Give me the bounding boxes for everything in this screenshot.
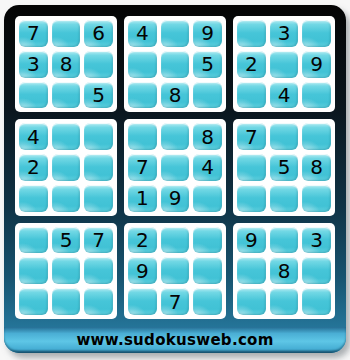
sudoku-cell[interactable] <box>270 288 299 315</box>
sudoku-cell[interactable] <box>237 185 266 212</box>
sudoku-cell: 7 <box>161 288 190 315</box>
sudoku-cell[interactable] <box>19 288 48 315</box>
sudoku-cell: 1 <box>128 185 157 212</box>
sudoku-cell[interactable] <box>161 51 190 78</box>
sudoku-box-middle-left: 42 <box>15 119 117 215</box>
sudoku-cell[interactable] <box>52 82 81 109</box>
sudoku-box-bottom-right: 938 <box>233 223 335 319</box>
sudoku-cell[interactable] <box>193 82 222 109</box>
sudoku-box-bottom-left: 57 <box>15 223 117 319</box>
sudoku-cell[interactable] <box>52 20 81 47</box>
sudoku-cell[interactable] <box>302 185 331 212</box>
sudoku-cell: 7 <box>84 227 113 254</box>
sudoku-cell[interactable] <box>84 154 113 181</box>
sudoku-cell[interactable] <box>193 288 222 315</box>
sudoku-cell: 3 <box>270 20 299 47</box>
sudoku-cell[interactable] <box>84 185 113 212</box>
sudoku-cell[interactable] <box>52 288 81 315</box>
sudoku-cell[interactable] <box>84 123 113 150</box>
sudoku-cell: 2 <box>128 227 157 254</box>
site-link[interactable]: www.sudokusweb.com <box>76 331 273 349</box>
sudoku-cell: 8 <box>161 82 190 109</box>
sudoku-cell[interactable] <box>52 154 81 181</box>
sudoku-cell: 5 <box>84 82 113 109</box>
sudoku-cell: 5 <box>270 154 299 181</box>
sudoku-cell[interactable] <box>302 20 331 47</box>
sudoku-cell: 6 <box>84 20 113 47</box>
sudoku-box-middle-right: 758 <box>233 119 335 215</box>
sudoku-cell: 8 <box>193 123 222 150</box>
sudoku-cell: 9 <box>128 257 157 284</box>
sudoku-cell: 5 <box>193 51 222 78</box>
sudoku-cell: 4 <box>270 82 299 109</box>
sudoku-cell[interactable] <box>161 227 190 254</box>
sudoku-cell[interactable] <box>128 51 157 78</box>
sudoku-cell: 4 <box>128 20 157 47</box>
sudoku-grid: 76385 4958 3294 42 87419 758 57 297 938 <box>4 5 346 327</box>
sudoku-cell[interactable] <box>128 82 157 109</box>
sudoku-cell[interactable] <box>193 227 222 254</box>
sudoku-box-bottom-middle: 297 <box>124 223 226 319</box>
sudoku-cell: 8 <box>302 154 331 181</box>
sudoku-cell[interactable] <box>19 257 48 284</box>
sudoku-cell[interactable] <box>84 257 113 284</box>
sudoku-cell: 9 <box>302 51 331 78</box>
sudoku-cell: 4 <box>193 154 222 181</box>
sudoku-cell[interactable] <box>237 154 266 181</box>
sudoku-cell[interactable] <box>128 123 157 150</box>
sudoku-cell[interactable] <box>19 185 48 212</box>
sudoku-cell: 9 <box>161 185 190 212</box>
sudoku-cell[interactable] <box>302 123 331 150</box>
sudoku-cell[interactable] <box>302 288 331 315</box>
sudoku-cell[interactable] <box>52 257 81 284</box>
sudoku-cell[interactable] <box>270 227 299 254</box>
sudoku-cell[interactable] <box>161 123 190 150</box>
sudoku-cell[interactable] <box>161 154 190 181</box>
sudoku-cell[interactable] <box>270 123 299 150</box>
sudoku-cell[interactable] <box>270 51 299 78</box>
sudoku-cell[interactable] <box>193 257 222 284</box>
sudoku-cell: 3 <box>302 227 331 254</box>
sudoku-cell[interactable] <box>237 82 266 109</box>
sudoku-cell[interactable] <box>52 123 81 150</box>
sudoku-cell[interactable] <box>270 185 299 212</box>
sudoku-board: 76385 4958 3294 42 87419 758 57 297 938 … <box>4 5 346 353</box>
sudoku-box-top-right: 3294 <box>233 16 335 112</box>
sudoku-cell: 9 <box>237 227 266 254</box>
sudoku-box-top-middle: 4958 <box>124 16 226 112</box>
sudoku-box-top-left: 76385 <box>15 16 117 112</box>
sudoku-cell: 7 <box>19 20 48 47</box>
sudoku-cell: 9 <box>193 20 222 47</box>
sudoku-cell[interactable] <box>84 51 113 78</box>
sudoku-cell[interactable] <box>19 82 48 109</box>
sudoku-cell[interactable] <box>128 288 157 315</box>
sudoku-cell[interactable] <box>161 20 190 47</box>
sudoku-cell: 8 <box>270 257 299 284</box>
sudoku-cell: 3 <box>19 51 48 78</box>
sudoku-cell[interactable] <box>52 185 81 212</box>
sudoku-cell: 8 <box>52 51 81 78</box>
sudoku-cell: 7 <box>128 154 157 181</box>
sudoku-cell[interactable] <box>84 288 113 315</box>
sudoku-cell: 2 <box>237 51 266 78</box>
sudoku-cell[interactable] <box>237 20 266 47</box>
sudoku-cell: 2 <box>19 154 48 181</box>
sudoku-cell[interactable] <box>302 257 331 284</box>
sudoku-cell[interactable] <box>161 257 190 284</box>
sudoku-cell[interactable] <box>19 227 48 254</box>
sudoku-cell: 4 <box>19 123 48 150</box>
sudoku-box-center: 87419 <box>124 119 226 215</box>
sudoku-cell[interactable] <box>193 185 222 212</box>
sudoku-cell[interactable] <box>302 82 331 109</box>
footer-bar: www.sudokusweb.com <box>4 327 346 353</box>
sudoku-cell: 7 <box>237 123 266 150</box>
sudoku-cell: 5 <box>52 227 81 254</box>
sudoku-cell[interactable] <box>237 288 266 315</box>
sudoku-cell[interactable] <box>237 257 266 284</box>
